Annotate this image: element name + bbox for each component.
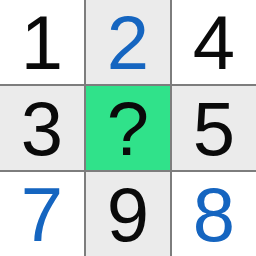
cell-r2c0[interactable]: 7: [0, 172, 84, 256]
digit-glyph: 7: [21, 177, 63, 253]
digit-glyph: 9: [107, 177, 149, 253]
cell-r2c1[interactable]: 9: [86, 172, 170, 256]
puzzle-board: 1243?5798: [0, 0, 256, 256]
cell-r0c0[interactable]: 1: [0, 0, 84, 84]
cell-r1c2[interactable]: 5: [172, 86, 256, 170]
digit-glyph: 8: [193, 177, 235, 253]
digit-glyph: 3: [21, 91, 63, 167]
digit-glyph: 1: [21, 5, 63, 81]
missing-value-glyph: ?: [107, 91, 149, 167]
cell-r0c1[interactable]: 2: [86, 0, 170, 84]
cell-r1c0[interactable]: 3: [0, 86, 84, 170]
cell-r0c2[interactable]: 4: [172, 0, 256, 84]
cell-r2c2[interactable]: 8: [172, 172, 256, 256]
cell-r1c1[interactable]: ?: [86, 86, 170, 170]
digit-glyph: 2: [107, 5, 149, 81]
digit-glyph: 4: [193, 5, 235, 81]
digit-glyph: 5: [193, 91, 235, 167]
